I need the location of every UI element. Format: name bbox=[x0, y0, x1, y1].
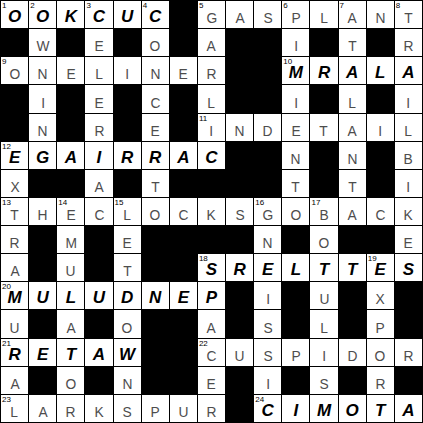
letter-cell-r4c7[interactable]: 11I bbox=[198, 114, 225, 141]
letter-cell-r13c11[interactable]: S bbox=[310, 367, 337, 394]
cell-letter: P bbox=[376, 320, 385, 338]
letter-cell-r9c2[interactable]: U bbox=[57, 254, 84, 281]
letter-cell-r11c2[interactable]: A bbox=[57, 310, 84, 337]
letter-cell-r3c14[interactable]: I bbox=[395, 85, 422, 112]
cell-letter: N bbox=[38, 123, 48, 141]
cell-letter: U bbox=[10, 320, 20, 338]
letter-cell-r1c7[interactable]: A bbox=[198, 29, 225, 56]
black-cell-r6c1 bbox=[29, 170, 56, 197]
letter-cell-r7c14[interactable]: K bbox=[395, 198, 422, 225]
cell-letter: A bbox=[348, 123, 357, 141]
letter-cell-r11c11[interactable]: L bbox=[310, 310, 337, 337]
black-cell-r0c6 bbox=[170, 1, 197, 28]
letter-cell-r5c14[interactable]: B bbox=[395, 142, 422, 169]
letter-cell-r9c10[interactable]: L bbox=[282, 254, 309, 281]
cell-letter: R bbox=[206, 66, 216, 84]
cell-letter: P bbox=[206, 289, 217, 309]
black-cell-r13c14 bbox=[395, 367, 422, 394]
letter-cell-r2c6[interactable]: E bbox=[170, 57, 197, 84]
cell-letter: N bbox=[347, 151, 357, 169]
letter-cell-r2c14[interactable]: A bbox=[395, 57, 422, 84]
letter-cell-r12c1[interactable]: E bbox=[29, 339, 56, 366]
black-cell-r8c3 bbox=[85, 226, 112, 253]
letter-cell-r9c7[interactable]: 18S bbox=[198, 254, 225, 281]
cell-letter: I bbox=[378, 123, 382, 141]
cell-letter: R bbox=[318, 64, 330, 84]
letter-cell-r5c5[interactable]: R bbox=[142, 142, 169, 169]
letter-cell-r14c3[interactable]: K bbox=[85, 395, 112, 422]
black-cell-r14c8 bbox=[226, 395, 253, 422]
letter-cell-r9c9[interactable]: E bbox=[254, 254, 281, 281]
letter-cell-r13c4[interactable]: N bbox=[114, 367, 141, 394]
cell-letter: E bbox=[151, 123, 160, 141]
clue-number-15: 15 bbox=[115, 198, 124, 207]
letter-cell-r14c10[interactable]: I bbox=[282, 395, 309, 422]
letter-cell-r0c9[interactable]: S bbox=[254, 1, 281, 28]
letter-cell-r3c1[interactable]: I bbox=[29, 85, 56, 112]
letter-cell-r6c14[interactable]: I bbox=[395, 170, 422, 197]
cell-letter: A bbox=[38, 404, 47, 422]
letter-cell-r2c4[interactable]: I bbox=[114, 57, 141, 84]
cell-letter: C bbox=[149, 8, 161, 28]
letter-cell-r14c4[interactable]: S bbox=[114, 395, 141, 422]
clue-number-12: 12 bbox=[2, 142, 11, 151]
cell-letter: M bbox=[317, 402, 331, 422]
letter-cell-r12c3[interactable]: A bbox=[85, 339, 112, 366]
black-cell-r8c10 bbox=[282, 226, 309, 253]
letter-cell-r0c14[interactable]: 8T bbox=[395, 1, 422, 28]
letter-cell-r4c13[interactable]: I bbox=[367, 114, 394, 141]
black-cell-r11c6 bbox=[170, 310, 197, 337]
letter-cell-r13c13[interactable]: R bbox=[367, 367, 394, 394]
letter-cell-r7c10[interactable]: O bbox=[282, 198, 309, 225]
clue-number-4: 4 bbox=[143, 1, 147, 10]
cell-letter: A bbox=[65, 149, 77, 169]
letter-cell-r8c0[interactable]: R bbox=[1, 226, 28, 253]
black-cell-r1c6 bbox=[170, 29, 197, 56]
cell-letter: M bbox=[7, 289, 21, 309]
cell-letter: G bbox=[36, 149, 49, 169]
cell-letter: E bbox=[375, 261, 386, 281]
letter-cell-r12c8[interactable]: U bbox=[226, 339, 253, 366]
cell-letter: C bbox=[150, 95, 160, 113]
cell-letter: R bbox=[10, 235, 20, 253]
clue-number-9: 9 bbox=[2, 57, 6, 66]
letter-cell-r3c5[interactable]: C bbox=[142, 85, 169, 112]
letter-cell-r4c12[interactable]: A bbox=[339, 114, 366, 141]
black-cell-r6c8 bbox=[226, 170, 253, 197]
cell-letter: X bbox=[10, 179, 19, 197]
letter-cell-r1c1[interactable]: W bbox=[29, 29, 56, 56]
letter-cell-r10c4[interactable]: D bbox=[114, 282, 141, 309]
letter-cell-r12c11[interactable]: I bbox=[310, 339, 337, 366]
cell-letter: U bbox=[66, 263, 76, 281]
letter-cell-r7c3[interactable]: C bbox=[85, 198, 112, 225]
black-cell-r5c11 bbox=[310, 142, 337, 169]
letter-cell-r2c2[interactable]: E bbox=[57, 57, 84, 84]
letter-cell-r0c5[interactable]: 4C bbox=[142, 1, 169, 28]
black-cell-r9c1 bbox=[29, 254, 56, 281]
letter-cell-r7c11[interactable]: 17B bbox=[310, 198, 337, 225]
letter-cell-r8c11[interactable]: O bbox=[310, 226, 337, 253]
cell-letter: K bbox=[94, 404, 103, 422]
letter-cell-r2c13[interactable]: L bbox=[367, 57, 394, 84]
black-cell-r5c9 bbox=[254, 142, 281, 169]
black-cell-r4c4 bbox=[114, 114, 141, 141]
cell-letter: O bbox=[319, 235, 330, 253]
letter-cell-r8c4[interactable]: E bbox=[114, 226, 141, 253]
letter-cell-r8c2[interactable]: M bbox=[57, 226, 84, 253]
cell-letter: D bbox=[347, 348, 357, 366]
letter-cell-r5c0[interactable]: 12E bbox=[1, 142, 28, 169]
letter-cell-r6c12[interactable]: T bbox=[339, 170, 366, 197]
cell-letter: T bbox=[404, 10, 412, 28]
letter-cell-r13c7[interactable]: E bbox=[198, 367, 225, 394]
letter-cell-r5c2[interactable]: A bbox=[57, 142, 84, 169]
black-cell-r6c13 bbox=[367, 170, 394, 197]
letter-cell-r2c0[interactable]: 9O bbox=[1, 57, 28, 84]
letter-cell-r12c0[interactable]: 21R bbox=[1, 339, 28, 366]
black-cell-r11c3 bbox=[85, 310, 112, 337]
black-cell-r4c0 bbox=[1, 114, 28, 141]
black-cell-r9c3 bbox=[85, 254, 112, 281]
letter-cell-r14c6[interactable]: U bbox=[170, 395, 197, 422]
letter-cell-r10c6[interactable]: E bbox=[170, 282, 197, 309]
letter-cell-r5c7[interactable]: C bbox=[198, 142, 225, 169]
letter-cell-r14c12[interactable]: O bbox=[339, 395, 366, 422]
letter-cell-r7c9[interactable]: 16G bbox=[254, 198, 281, 225]
letter-cell-r11c4[interactable]: O bbox=[114, 310, 141, 337]
letter-cell-r12c7[interactable]: 22C bbox=[198, 339, 225, 366]
letter-cell-r4c3[interactable]: R bbox=[85, 114, 112, 141]
letter-cell-r12c9[interactable]: S bbox=[254, 339, 281, 366]
cell-letter: R bbox=[8, 346, 20, 366]
letter-cell-r10c11[interactable]: U bbox=[310, 282, 337, 309]
letter-cell-r9c0[interactable]: A bbox=[1, 254, 28, 281]
cell-letter: L bbox=[208, 95, 216, 113]
cell-letter: N bbox=[149, 289, 161, 309]
black-cell-r11c1 bbox=[29, 310, 56, 337]
letter-cell-r11c0[interactable]: U bbox=[1, 310, 28, 337]
black-cell-r10c8 bbox=[226, 282, 253, 309]
letter-cell-r6c3[interactable]: A bbox=[85, 170, 112, 197]
black-cell-r6c7 bbox=[198, 170, 225, 197]
letter-cell-r5c6[interactable]: A bbox=[170, 142, 197, 169]
cell-letter: H bbox=[38, 207, 48, 225]
letter-cell-r5c3[interactable]: I bbox=[85, 142, 112, 169]
cell-letter: W bbox=[119, 346, 135, 366]
cell-letter: L bbox=[66, 289, 76, 309]
cell-letter: L bbox=[348, 95, 356, 113]
black-cell-r1c0 bbox=[1, 29, 28, 56]
letter-cell-r1c10[interactable]: I bbox=[282, 29, 309, 56]
letter-cell-r12c2[interactable]: T bbox=[57, 339, 84, 366]
cell-letter: A bbox=[93, 346, 105, 366]
letter-cell-r10c7[interactable]: P bbox=[198, 282, 225, 309]
letter-cell-r3c12[interactable]: L bbox=[339, 85, 366, 112]
cell-letter: L bbox=[405, 123, 413, 141]
clue-number-2: 2 bbox=[30, 1, 34, 10]
letter-cell-r5c4[interactable]: R bbox=[114, 142, 141, 169]
black-cell-r12c6 bbox=[170, 339, 197, 366]
letter-cell-r7c2[interactable]: 14E bbox=[57, 198, 84, 225]
black-cell-r12c5 bbox=[142, 339, 169, 366]
letter-cell-r3c10[interactable]: I bbox=[282, 85, 309, 112]
black-cell-r9c5 bbox=[142, 254, 169, 281]
black-cell-r13c12 bbox=[339, 367, 366, 394]
black-cell-r3c13 bbox=[367, 85, 394, 112]
cell-letter: A bbox=[10, 376, 19, 394]
letter-cell-r0c2[interactable]: K bbox=[57, 1, 84, 28]
cell-letter: K bbox=[65, 8, 77, 28]
letter-cell-r2c11[interactable]: R bbox=[310, 57, 337, 84]
cell-letter: T bbox=[66, 346, 76, 366]
letter-cell-r9c13[interactable]: 19E bbox=[367, 254, 394, 281]
letter-cell-r7c13[interactable]: C bbox=[367, 198, 394, 225]
clue-number-20: 20 bbox=[2, 282, 11, 291]
clue-number-1: 1 bbox=[2, 1, 6, 10]
letter-cell-r6c10[interactable]: T bbox=[282, 170, 309, 197]
letter-cell-r7c1[interactable]: H bbox=[29, 198, 56, 225]
letter-cell-r4c9[interactable]: D bbox=[254, 114, 281, 141]
letter-cell-r14c1[interactable]: A bbox=[29, 395, 56, 422]
cell-letter: N bbox=[122, 376, 132, 394]
letter-cell-r12c14[interactable]: R bbox=[395, 339, 422, 366]
cell-letter: N bbox=[375, 10, 385, 28]
letter-cell-r2c3[interactable]: L bbox=[85, 57, 112, 84]
cell-letter: E bbox=[122, 235, 131, 253]
letter-cell-r9c4[interactable]: T bbox=[114, 254, 141, 281]
cell-letter: N bbox=[235, 123, 245, 141]
cell-letter: I bbox=[266, 291, 270, 309]
letter-cell-r10c3[interactable]: U bbox=[85, 282, 112, 309]
letter-cell-r4c11[interactable]: T bbox=[310, 114, 337, 141]
cell-letter: E bbox=[291, 123, 300, 141]
letter-cell-r7c8[interactable]: S bbox=[226, 198, 253, 225]
clue-number-7: 7 bbox=[340, 1, 344, 10]
cell-letter: P bbox=[291, 348, 300, 366]
cell-letter: S bbox=[263, 10, 272, 28]
letter-cell-r4c5[interactable]: E bbox=[142, 114, 169, 141]
cell-letter: E bbox=[262, 261, 273, 281]
cell-letter: U bbox=[178, 404, 188, 422]
letter-cell-r10c0[interactable]: 20M bbox=[1, 282, 28, 309]
letter-cell-r0c11[interactable]: L bbox=[310, 1, 337, 28]
cell-letter: X bbox=[376, 291, 385, 309]
clue-number-11: 11 bbox=[199, 114, 207, 123]
letter-cell-r3c3[interactable]: E bbox=[85, 85, 112, 112]
letter-cell-r13c0[interactable]: A bbox=[1, 367, 28, 394]
cell-letter: D bbox=[263, 123, 273, 141]
clue-number-3: 3 bbox=[86, 1, 90, 10]
cell-letter: A bbox=[207, 38, 216, 56]
cell-letter: T bbox=[10, 207, 18, 225]
cell-letter: A bbox=[348, 10, 357, 28]
letter-cell-r12c4[interactable]: W bbox=[114, 339, 141, 366]
cell-letter: T bbox=[319, 261, 329, 281]
cell-letter: L bbox=[123, 207, 131, 225]
letter-cell-r7c7[interactable]: K bbox=[198, 198, 225, 225]
cell-letter: E bbox=[9, 149, 20, 169]
letter-cell-r4c14[interactable]: L bbox=[395, 114, 422, 141]
cell-letter: S bbox=[319, 376, 328, 394]
cell-letter: I bbox=[266, 376, 270, 394]
crossword-board: 1O2OK3CU4C5GAS6PL7AN8TWEOAITR9ONELINER10… bbox=[0, 0, 423, 423]
letter-cell-r3c7[interactable]: L bbox=[198, 85, 225, 112]
letter-cell-r10c2[interactable]: L bbox=[57, 282, 84, 309]
cell-letter: P bbox=[291, 10, 300, 28]
cell-letter: U bbox=[235, 348, 245, 366]
letter-cell-r2c12[interactable]: A bbox=[339, 57, 366, 84]
letter-cell-r0c8[interactable]: A bbox=[226, 1, 253, 28]
letter-cell-r0c4[interactable]: U bbox=[114, 1, 141, 28]
letter-cell-r2c7[interactable]: R bbox=[198, 57, 225, 84]
letter-cell-r12c13[interactable]: O bbox=[367, 339, 394, 366]
letter-cell-r8c9[interactable]: N bbox=[254, 226, 281, 253]
cell-letter: O bbox=[291, 207, 302, 225]
letter-cell-r13c2[interactable]: O bbox=[57, 367, 84, 394]
cell-letter: L bbox=[291, 261, 301, 281]
black-cell-r8c13 bbox=[367, 226, 394, 253]
letter-cell-r7c5[interactable]: O bbox=[142, 198, 169, 225]
letter-cell-r9c11[interactable]: T bbox=[310, 254, 337, 281]
letter-cell-r1c3[interactable]: E bbox=[85, 29, 112, 56]
letter-cell-r6c0[interactable]: X bbox=[1, 170, 28, 197]
cell-letter: O bbox=[36, 8, 49, 28]
cell-letter: A bbox=[348, 207, 357, 225]
letter-cell-r0c10[interactable]: 6P bbox=[282, 1, 309, 28]
black-cell-r2c9 bbox=[254, 57, 281, 84]
cell-letter: E bbox=[404, 235, 413, 253]
black-cell-r1c11 bbox=[310, 29, 337, 56]
letter-cell-r14c5[interactable]: P bbox=[142, 395, 169, 422]
cell-letter: U bbox=[319, 291, 329, 309]
cell-letter: E bbox=[179, 66, 188, 84]
cell-letter: M bbox=[65, 235, 77, 253]
cell-letter: T bbox=[151, 179, 159, 197]
letter-cell-r10c1[interactable]: U bbox=[29, 282, 56, 309]
letter-cell-r2c1[interactable]: N bbox=[29, 57, 56, 84]
letter-cell-r6c5[interactable]: T bbox=[142, 170, 169, 197]
letter-cell-r14c13[interactable]: T bbox=[367, 395, 394, 422]
letter-cell-r11c13[interactable]: P bbox=[367, 310, 394, 337]
letter-cell-r9c14[interactable]: S bbox=[395, 254, 422, 281]
cell-letter: L bbox=[320, 10, 328, 28]
letter-cell-r0c0[interactable]: 1O bbox=[1, 1, 28, 28]
letter-cell-r14c11[interactable]: M bbox=[310, 395, 337, 422]
black-cell-r8c6 bbox=[170, 226, 197, 253]
cell-letter: O bbox=[150, 207, 161, 225]
letter-cell-r12c10[interactable]: P bbox=[282, 339, 309, 366]
cell-letter: I bbox=[97, 149, 102, 169]
letter-cell-r7c0[interactable]: 13T bbox=[1, 198, 28, 225]
letter-cell-r4c10[interactable]: E bbox=[282, 114, 309, 141]
cell-letter: E bbox=[66, 66, 75, 84]
black-cell-r5c8 bbox=[226, 142, 253, 169]
cell-letter: L bbox=[11, 404, 19, 422]
cell-letter: G bbox=[262, 207, 273, 225]
black-cell-r10c14 bbox=[395, 282, 422, 309]
letter-cell-r0c7[interactable]: 5G bbox=[198, 1, 225, 28]
clue-number-19: 19 bbox=[368, 254, 377, 263]
cell-letter: A bbox=[177, 149, 189, 169]
letter-cell-r7c12[interactable]: A bbox=[339, 198, 366, 225]
letter-cell-r14c0[interactable]: 23L bbox=[1, 395, 28, 422]
cell-letter: T bbox=[347, 261, 357, 281]
letter-cell-r8c14[interactable]: E bbox=[395, 226, 422, 253]
cell-letter: T bbox=[320, 123, 328, 141]
letter-cell-r1c14[interactable]: R bbox=[395, 29, 422, 56]
letter-cell-r0c12[interactable]: 7A bbox=[339, 1, 366, 28]
letter-cell-r5c1[interactable]: G bbox=[29, 142, 56, 169]
black-cell-r1c8 bbox=[226, 29, 253, 56]
cell-letter: L bbox=[320, 320, 328, 338]
letter-cell-r10c13[interactable]: X bbox=[367, 282, 394, 309]
cell-letter: C bbox=[262, 402, 274, 422]
clue-number-10: 10 bbox=[283, 57, 292, 66]
black-cell-r3c9 bbox=[254, 85, 281, 112]
letter-cell-r9c12[interactable]: T bbox=[339, 254, 366, 281]
black-cell-r8c7 bbox=[198, 226, 225, 253]
black-cell-r1c9 bbox=[254, 29, 281, 56]
black-cell-r6c11 bbox=[310, 170, 337, 197]
cell-letter: A bbox=[66, 320, 75, 338]
letter-cell-r0c3[interactable]: 3C bbox=[85, 1, 112, 28]
letter-cell-r0c1[interactable]: 2O bbox=[29, 1, 56, 28]
letter-cell-r11c9[interactable]: S bbox=[254, 310, 281, 337]
letter-cell-r1c5[interactable]: O bbox=[142, 29, 169, 56]
letter-cell-r11c7[interactable]: A bbox=[198, 310, 225, 337]
cell-letter: R bbox=[233, 261, 245, 281]
black-cell-r6c4 bbox=[114, 170, 141, 197]
letter-cell-r0c13[interactable]: N bbox=[367, 1, 394, 28]
cell-letter: E bbox=[37, 346, 48, 366]
letter-cell-r4c1[interactable]: N bbox=[29, 114, 56, 141]
cell-letter: R bbox=[206, 404, 216, 422]
letter-cell-r7c4[interactable]: 15L bbox=[114, 198, 141, 225]
cell-letter: C bbox=[94, 207, 104, 225]
black-cell-r6c2 bbox=[57, 170, 84, 197]
letter-cell-r2c10[interactable]: 10M bbox=[282, 57, 309, 84]
letter-cell-r2c5[interactable]: N bbox=[142, 57, 169, 84]
letter-cell-r14c14[interactable]: A bbox=[395, 395, 422, 422]
black-cell-r5c13 bbox=[367, 142, 394, 169]
letter-cell-r14c9[interactable]: 24C bbox=[254, 395, 281, 422]
black-cell-r2c8 bbox=[226, 57, 253, 84]
cell-letter: C bbox=[206, 348, 216, 366]
black-cell-r8c5 bbox=[142, 226, 169, 253]
cell-letter: K bbox=[207, 207, 216, 225]
letter-cell-r12c12[interactable]: D bbox=[339, 339, 366, 366]
letter-cell-r4c8[interactable]: N bbox=[226, 114, 253, 141]
letter-cell-r7c6[interactable]: C bbox=[170, 198, 197, 225]
black-cell-r3c4 bbox=[114, 85, 141, 112]
letter-cell-r10c9[interactable]: I bbox=[254, 282, 281, 309]
cell-letter: E bbox=[94, 38, 103, 56]
letter-cell-r1c12[interactable]: T bbox=[339, 29, 366, 56]
letter-cell-r14c2[interactable]: R bbox=[57, 395, 84, 422]
letter-cell-r14c7[interactable]: R bbox=[198, 395, 225, 422]
cell-letter: N bbox=[150, 66, 160, 84]
cell-letter: N bbox=[263, 235, 273, 253]
letter-cell-r13c9[interactable]: I bbox=[254, 367, 281, 394]
letter-cell-r5c12[interactable]: N bbox=[339, 142, 366, 169]
letter-cell-r10c5[interactable]: N bbox=[142, 282, 169, 309]
letter-cell-r9c8[interactable]: R bbox=[226, 254, 253, 281]
letter-cell-r5c10[interactable]: N bbox=[282, 142, 309, 169]
cell-letter: E bbox=[207, 376, 216, 394]
cell-letter: T bbox=[292, 179, 300, 197]
